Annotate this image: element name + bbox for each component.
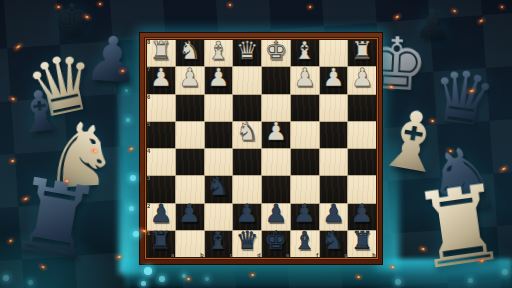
file-label-b: b xyxy=(200,253,204,258)
square-h1[interactable]: h♜ xyxy=(348,231,376,257)
piece-black-knight[interactable]: ♞ xyxy=(178,38,200,63)
piece-black-king[interactable]: ♚ xyxy=(265,38,287,63)
glow-dot xyxy=(182,274,186,278)
piece-black-pawn[interactable]: ♟ xyxy=(351,65,373,90)
file-label-h: h xyxy=(372,253,376,258)
glow-dot xyxy=(468,278,473,283)
chess-board-frame: 8♜♞♝♛♚♝♜7♟♟♟♟♟♟65♞♟43♞2♟♟♟♟♟♟♟1a♜bc♝d♛e♚… xyxy=(139,32,383,265)
piece-black-queen[interactable]: ♛ xyxy=(236,38,258,63)
piece-black-pawn[interactable]: ♟ xyxy=(293,65,315,90)
rank-label-6: 6 xyxy=(147,95,150,100)
glow-dot xyxy=(205,277,209,281)
rank-label-4: 4 xyxy=(147,149,150,154)
square-g5[interactable] xyxy=(320,122,348,148)
piece-white-pawn[interactable]: ♟ xyxy=(322,201,344,226)
square-a7[interactable]: 7♟ xyxy=(147,67,175,93)
square-h4[interactable] xyxy=(348,149,376,175)
piece-white-pawn[interactable]: ♟ xyxy=(293,201,315,226)
glow-dot xyxy=(28,280,33,285)
piece-white-rook[interactable]: ♜ xyxy=(150,228,172,253)
square-g4[interactable] xyxy=(320,149,348,175)
piece-black-pawn[interactable]: ♟ xyxy=(322,65,344,90)
square-g1[interactable]: g♞ xyxy=(320,231,348,257)
glow-dot xyxy=(133,231,139,237)
file-label-d: d xyxy=(257,253,261,258)
rank-label-5: 5 xyxy=(147,122,150,127)
square-c5[interactable] xyxy=(205,122,233,148)
square-b5[interactable] xyxy=(176,122,204,148)
file-label-g: g xyxy=(344,253,348,258)
glow-dot xyxy=(129,206,134,211)
decor-cream-rook-right-bottom: ♜ xyxy=(406,169,512,286)
file-label-f: f xyxy=(316,253,318,258)
piece-black-bishop[interactable]: ♝ xyxy=(207,38,229,63)
file-label-a: a xyxy=(171,253,174,258)
glow-dot xyxy=(125,89,128,92)
piece-black-bishop[interactable]: ♝ xyxy=(293,38,315,63)
square-h6[interactable] xyxy=(348,95,376,121)
piece-white-pawn[interactable]: ♟ xyxy=(150,201,172,226)
piece-white-knight[interactable]: ♞ xyxy=(207,174,229,199)
square-h7[interactable]: ♟ xyxy=(348,67,376,93)
glow-dot xyxy=(144,267,152,275)
square-g7[interactable]: ♟ xyxy=(320,67,348,93)
square-f7[interactable]: ♟ xyxy=(291,67,319,93)
square-a6[interactable]: 6 xyxy=(147,95,175,121)
cream-rook-glyph: ♜ xyxy=(406,169,512,286)
piece-black-knight[interactable]: ♞ xyxy=(236,119,258,144)
piece-black-pawn[interactable]: ♟ xyxy=(150,65,172,90)
square-b6[interactable] xyxy=(176,95,204,121)
glow-dot xyxy=(126,118,130,122)
square-a4[interactable]: 4 xyxy=(147,149,175,175)
square-a5[interactable]: 5 xyxy=(147,122,175,148)
square-e1[interactable]: e♚ xyxy=(262,231,290,257)
square-b1[interactable]: b xyxy=(176,231,204,257)
square-e8[interactable]: ♚ xyxy=(262,40,290,66)
glow-dot xyxy=(395,279,401,285)
square-c1[interactable]: c♝ xyxy=(205,231,233,257)
square-e5[interactable]: ♟ xyxy=(262,122,290,148)
square-d8[interactable]: ♛ xyxy=(233,40,261,66)
piece-black-pawn[interactable]: ♟ xyxy=(207,65,229,90)
square-f5[interactable] xyxy=(291,122,319,148)
square-f6[interactable] xyxy=(291,95,319,121)
square-d1[interactable]: d♛ xyxy=(233,231,261,257)
piece-black-pawn[interactable]: ♟ xyxy=(265,119,287,144)
square-f1[interactable]: f♝ xyxy=(291,231,319,257)
piece-white-pawn[interactable]: ♟ xyxy=(178,201,200,226)
square-c7[interactable]: ♟ xyxy=(205,67,233,93)
square-g6[interactable] xyxy=(320,95,348,121)
glow-dot xyxy=(3,275,9,281)
square-b4[interactable] xyxy=(176,149,204,175)
piece-white-queen[interactable]: ♛ xyxy=(236,228,258,253)
square-e7[interactable] xyxy=(262,67,290,93)
piece-black-rook[interactable]: ♜ xyxy=(150,38,172,63)
piece-white-pawn[interactable]: ♟ xyxy=(351,201,373,226)
piece-white-pawn[interactable]: ♟ xyxy=(236,201,258,226)
square-c3[interactable]: ♞ xyxy=(205,176,233,202)
ember-spark xyxy=(98,3,102,5)
glow-dot xyxy=(141,281,146,286)
file-label-c: c xyxy=(229,253,232,258)
glow-dot xyxy=(159,276,165,282)
square-a1[interactable]: 1a♜ xyxy=(147,231,175,257)
square-b7[interactable]: ♟ xyxy=(176,67,204,93)
piece-white-knight[interactable]: ♞ xyxy=(322,228,344,253)
square-h5[interactable] xyxy=(348,122,376,148)
square-d4[interactable] xyxy=(233,149,261,175)
rank-label-3: 3 xyxy=(147,176,150,181)
piece-white-rook[interactable]: ♜ xyxy=(351,228,373,253)
piece-black-rook[interactable]: ♜ xyxy=(351,38,373,63)
square-e4[interactable] xyxy=(262,149,290,175)
decor-dark-rook-left-bottom: ♜ xyxy=(2,163,108,277)
piece-white-bishop[interactable]: ♝ xyxy=(293,228,315,253)
chess-board[interactable]: 8♜♞♝♛♚♝♜7♟♟♟♟♟♟65♞♟43♞2♟♟♟♟♟♟♟1a♜bc♝d♛e♚… xyxy=(147,40,376,257)
square-d7[interactable] xyxy=(233,67,261,93)
glow-dot xyxy=(502,269,508,275)
piece-white-pawn[interactable]: ♟ xyxy=(265,201,287,226)
piece-white-bishop[interactable]: ♝ xyxy=(207,228,229,253)
chess-game-screen: ♚♟♟♛♝♞♜♚♛♝♞♜ 8♜♞♝♛♚♝♜7♟♟♟♟♟♟65♞♟43♞2♟♟♟♟… xyxy=(0,0,512,288)
glow-dot xyxy=(130,175,136,181)
navy-rook-glyph: ♜ xyxy=(2,163,108,277)
piece-white-king[interactable]: ♚ xyxy=(265,228,287,253)
square-b2[interactable]: ♟ xyxy=(176,204,204,230)
piece-black-pawn[interactable]: ♟ xyxy=(178,65,200,90)
square-c6[interactable] xyxy=(205,95,233,121)
square-d5[interactable]: ♞ xyxy=(233,122,261,148)
square-f4[interactable] xyxy=(291,149,319,175)
file-label-e: e xyxy=(286,253,289,258)
